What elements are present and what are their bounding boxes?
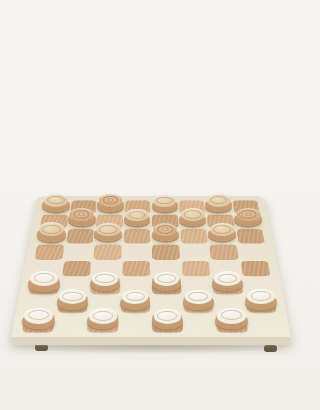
- board-square: [123, 213, 151, 228]
- dark-square: [90, 277, 120, 294]
- board-square: [63, 243, 94, 259]
- board-square: [95, 213, 124, 228]
- dark-square: [57, 295, 88, 312]
- board-square: [151, 277, 182, 295]
- board-square: [151, 228, 180, 243]
- board-square: [241, 277, 274, 295]
- board-square: [208, 243, 239, 259]
- dark-square: [209, 244, 238, 259]
- product-photo-stage: [0, 0, 307, 410]
- dark-square: [96, 214, 123, 228]
- board-square: [24, 294, 58, 313]
- board-square: [118, 313, 151, 333]
- board-square: [207, 228, 237, 243]
- board-square: [246, 313, 281, 333]
- board-square: [92, 243, 122, 259]
- dark-square: [122, 260, 150, 276]
- dark-square: [70, 200, 97, 213]
- board-square: [121, 260, 151, 277]
- dark-square: [216, 314, 248, 332]
- board-square: [179, 228, 208, 243]
- board-square: [210, 260, 242, 277]
- dark-square: [87, 314, 118, 332]
- board-square: [88, 294, 121, 313]
- board-grid: [21, 199, 282, 332]
- board-square: [30, 260, 62, 277]
- board-square: [124, 199, 151, 213]
- board-square: [233, 213, 263, 228]
- board-square: [151, 313, 184, 333]
- board-square: [65, 228, 95, 243]
- dark-square: [125, 200, 151, 213]
- board-square: [181, 277, 213, 295]
- dark-square: [22, 314, 55, 332]
- dark-square: [207, 214, 234, 228]
- dark-square: [179, 200, 205, 213]
- board-square: [239, 260, 271, 277]
- dark-square: [240, 260, 270, 276]
- board-square: [151, 213, 179, 228]
- board-square: [89, 277, 121, 295]
- board-square: [122, 228, 151, 243]
- dark-square: [120, 295, 150, 312]
- board-square: [180, 243, 210, 259]
- board-square: [91, 260, 122, 277]
- dark-square: [66, 229, 94, 243]
- dark-square: [152, 314, 182, 332]
- board-square: [214, 313, 248, 333]
- board-square: [211, 277, 243, 295]
- dark-square: [183, 295, 213, 312]
- dark-square: [29, 277, 60, 294]
- board-square: [151, 260, 181, 277]
- board-square: [151, 243, 180, 259]
- dark-square: [93, 244, 121, 259]
- dark-square: [180, 229, 207, 243]
- board-foot-right: [264, 345, 277, 352]
- board-square: [178, 213, 207, 228]
- board-square: [61, 260, 93, 277]
- dark-square: [35, 244, 64, 259]
- board-square: [213, 294, 246, 313]
- board-square: [53, 313, 87, 333]
- board-square: [183, 313, 216, 333]
- dark-square: [181, 260, 210, 276]
- board-square: [39, 213, 69, 228]
- board-square: [122, 243, 151, 259]
- board-square: [206, 213, 235, 228]
- dark-square: [123, 229, 150, 243]
- board-square: [96, 199, 124, 213]
- dark-square: [212, 277, 242, 294]
- board-square: [120, 277, 151, 295]
- board-square: [182, 294, 215, 313]
- board-square: [33, 243, 64, 259]
- board-square: [178, 199, 206, 213]
- dark-square: [152, 277, 181, 294]
- board-square: [231, 199, 260, 213]
- board-square: [56, 294, 89, 313]
- checkers-board: [10, 196, 293, 345]
- dark-square: [232, 200, 259, 213]
- dark-square: [40, 214, 68, 228]
- board-square: [119, 294, 151, 313]
- dark-square: [236, 229, 265, 243]
- dark-square: [245, 295, 277, 312]
- board-square: [205, 199, 234, 213]
- board-square: [67, 213, 96, 228]
- board-square: [94, 228, 123, 243]
- dark-square: [152, 214, 178, 228]
- board-square: [237, 243, 268, 259]
- board-square: [244, 294, 278, 313]
- board-square: [41, 199, 70, 213]
- dark-square: [152, 244, 179, 259]
- board-square: [69, 199, 98, 213]
- board-square: [58, 277, 90, 295]
- board-square: [235, 228, 266, 243]
- board-square: [86, 313, 119, 333]
- board-square: [151, 294, 183, 313]
- board-square: [21, 313, 56, 333]
- board-square: [180, 260, 211, 277]
- board-square: [151, 199, 178, 213]
- board-square: [36, 228, 67, 243]
- dark-square: [62, 260, 91, 276]
- board-square: [27, 277, 60, 295]
